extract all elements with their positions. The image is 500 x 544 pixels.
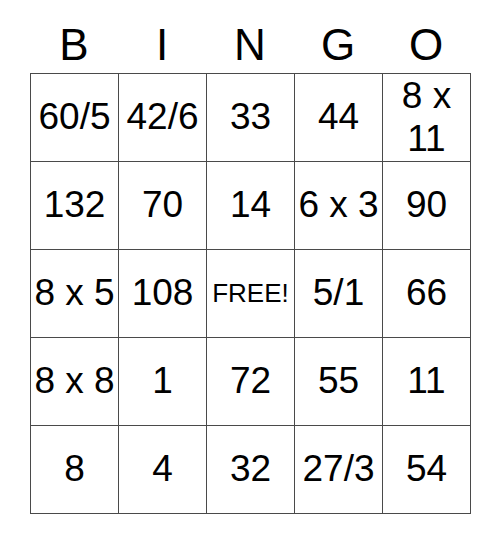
cell-r2c3[interactable]: 14: [207, 162, 295, 250]
header-letter-b: B: [30, 16, 118, 73]
cell-r3c4[interactable]: 5/1: [295, 250, 383, 338]
cell-r1c5[interactable]: 8 x 11: [383, 74, 471, 162]
cell-r1c4[interactable]: 44: [295, 74, 383, 162]
cell-r3c5[interactable]: 66: [383, 250, 471, 338]
cell-r2c5[interactable]: 90: [383, 162, 471, 250]
cell-r4c5[interactable]: 11: [383, 338, 471, 426]
cell-r2c1[interactable]: 132: [31, 162, 119, 250]
header-letter-g: G: [294, 16, 382, 73]
cell-r4c1[interactable]: 8 x 8: [31, 338, 119, 426]
header-letter-n: N: [206, 16, 294, 73]
bingo-header: B I N G O: [30, 0, 471, 73]
cell-r5c1[interactable]: 8: [31, 426, 119, 514]
cell-r4c2[interactable]: 1: [119, 338, 207, 426]
header-letter-i: I: [118, 16, 206, 73]
cell-r3c2[interactable]: 108: [119, 250, 207, 338]
cell-r2c4[interactable]: 6 x 3: [295, 162, 383, 250]
bingo-card: B I N G O 60/5 42/6 33 44 8 x 11 132 70 …: [30, 0, 471, 514]
header-letter-o: O: [382, 16, 470, 73]
cell-r1c3[interactable]: 33: [207, 74, 295, 162]
cell-r1c2[interactable]: 42/6: [119, 74, 207, 162]
cell-r4c4[interactable]: 55: [295, 338, 383, 426]
cell-r2c2[interactable]: 70: [119, 162, 207, 250]
bingo-board: 60/5 42/6 33 44 8 x 11 132 70 14 6 x 3 9…: [30, 73, 471, 514]
cell-r1c1[interactable]: 60/5: [31, 74, 119, 162]
cell-r4c3[interactable]: 72: [207, 338, 295, 426]
cell-r5c5[interactable]: 54: [383, 426, 471, 514]
cell-r5c3[interactable]: 32: [207, 426, 295, 514]
free-space-cell[interactable]: FREE!: [207, 250, 295, 338]
cell-r3c1[interactable]: 8 x 5: [31, 250, 119, 338]
cell-r5c4[interactable]: 27/3: [295, 426, 383, 514]
cell-r5c2[interactable]: 4: [119, 426, 207, 514]
